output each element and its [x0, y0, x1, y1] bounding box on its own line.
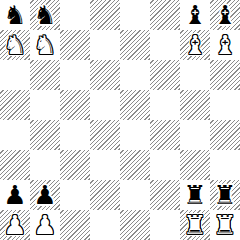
square-c7[interactable] [60, 30, 90, 60]
square-d6[interactable] [90, 60, 120, 90]
square-c6[interactable] [60, 60, 90, 90]
square-b7[interactable]: ♞ [30, 30, 60, 60]
square-h8[interactable]: ♝ [210, 0, 240, 30]
square-f8[interactable] [150, 0, 180, 30]
white-knight-b7: ♞ [33, 30, 56, 60]
square-g5[interactable] [180, 90, 210, 120]
square-d7[interactable] [90, 30, 120, 60]
black-knight-b8: ♞ [33, 0, 56, 30]
square-h4[interactable] [210, 120, 240, 150]
square-a4[interactable] [0, 120, 30, 150]
white-bishop-g7: ♝ [183, 30, 206, 60]
square-g4[interactable] [180, 120, 210, 150]
square-a8[interactable]: ♞ [0, 0, 30, 30]
square-h5[interactable] [210, 90, 240, 120]
square-d5[interactable] [90, 90, 120, 120]
square-a7[interactable]: ♞ [0, 30, 30, 60]
square-b3[interactable] [30, 150, 60, 180]
white-bishop-h7: ♝ [213, 30, 236, 60]
square-f2[interactable] [150, 180, 180, 210]
square-c4[interactable] [60, 120, 90, 150]
square-b4[interactable] [30, 120, 60, 150]
square-a3[interactable] [0, 150, 30, 180]
square-d4[interactable] [90, 120, 120, 150]
square-e1[interactable] [120, 210, 150, 240]
square-g2[interactable]: ♜ [180, 180, 210, 210]
white-rook-g1: ♜ [183, 210, 206, 240]
square-f3[interactable] [150, 150, 180, 180]
square-d3[interactable] [90, 150, 120, 180]
square-f4[interactable] [150, 120, 180, 150]
square-g1[interactable]: ♜ [180, 210, 210, 240]
square-f7[interactable] [150, 30, 180, 60]
black-bishop-g8: ♝ [183, 0, 206, 30]
square-h3[interactable] [210, 150, 240, 180]
square-e5[interactable] [120, 90, 150, 120]
square-h2[interactable]: ♜ [210, 180, 240, 210]
black-pawn-b2: ♟ [33, 180, 56, 210]
square-g6[interactable] [180, 60, 210, 90]
square-h7[interactable]: ♝ [210, 30, 240, 60]
square-h1[interactable]: ♜ [210, 210, 240, 240]
square-d1[interactable] [90, 210, 120, 240]
black-rook-g2: ♜ [183, 180, 206, 210]
square-f6[interactable] [150, 60, 180, 90]
square-b8[interactable]: ♞ [30, 0, 60, 30]
square-e8[interactable] [120, 0, 150, 30]
square-d8[interactable] [90, 0, 120, 30]
square-h6[interactable] [210, 60, 240, 90]
square-e4[interactable] [120, 120, 150, 150]
square-a1[interactable]: ♟ [0, 210, 30, 240]
square-e7[interactable] [120, 30, 150, 60]
square-c5[interactable] [60, 90, 90, 120]
white-knight-a7: ♞ [3, 30, 26, 60]
square-b1[interactable]: ♟ [30, 210, 60, 240]
square-c8[interactable] [60, 0, 90, 30]
square-e6[interactable] [120, 60, 150, 90]
square-e2[interactable] [120, 180, 150, 210]
white-rook-h1: ♜ [213, 210, 236, 240]
square-a6[interactable] [0, 60, 30, 90]
square-d2[interactable] [90, 180, 120, 210]
white-pawn-b1: ♟ [33, 210, 56, 240]
black-bishop-h8: ♝ [213, 0, 236, 30]
square-a5[interactable] [0, 90, 30, 120]
square-c2[interactable] [60, 180, 90, 210]
square-b6[interactable] [30, 60, 60, 90]
square-b5[interactable] [30, 90, 60, 120]
square-e3[interactable] [120, 150, 150, 180]
square-a2[interactable]: ♟ [0, 180, 30, 210]
white-pawn-a1: ♟ [3, 210, 26, 240]
square-g8[interactable]: ♝ [180, 0, 210, 30]
square-b2[interactable]: ♟ [30, 180, 60, 210]
square-f1[interactable] [150, 210, 180, 240]
square-c3[interactable] [60, 150, 90, 180]
chess-board: ♞♞♝♝♞♞♝♝♟♟♜♜♟♟♜♜ [0, 0, 240, 240]
square-f5[interactable] [150, 90, 180, 120]
square-g7[interactable]: ♝ [180, 30, 210, 60]
square-c1[interactable] [60, 210, 90, 240]
black-rook-h2: ♜ [213, 180, 236, 210]
black-knight-a8: ♞ [3, 0, 26, 30]
black-pawn-a2: ♟ [3, 180, 26, 210]
square-g3[interactable] [180, 150, 210, 180]
